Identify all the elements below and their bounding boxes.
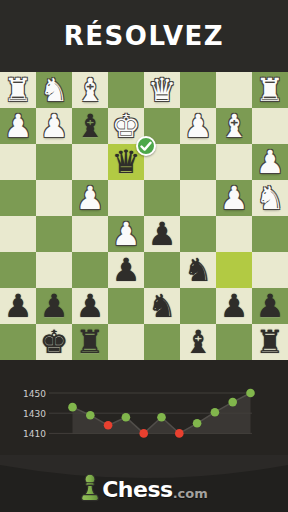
square-g8[interactable]: ♚ bbox=[36, 324, 72, 360]
square-a2[interactable] bbox=[252, 108, 288, 144]
square-h7[interactable]: ♟ bbox=[0, 288, 36, 324]
rating-point-2-green bbox=[86, 411, 95, 420]
square-e1[interactable] bbox=[108, 72, 144, 108]
title-bar: RÉSOLVEZ bbox=[0, 0, 288, 72]
piece-wP-b4[interactable]: ♟ bbox=[216, 180, 252, 216]
square-h6[interactable] bbox=[0, 252, 36, 288]
square-e4[interactable] bbox=[108, 180, 144, 216]
piece-wP-g2[interactable]: ♟ bbox=[36, 108, 72, 144]
square-c7[interactable] bbox=[180, 288, 216, 324]
square-g2[interactable]: ♟ bbox=[36, 108, 72, 144]
rating-chart-svg: 145014301410 bbox=[0, 360, 288, 455]
square-g3[interactable] bbox=[36, 144, 72, 180]
page-title: RÉSOLVEZ bbox=[64, 21, 224, 51]
square-g1[interactable]: ♞ bbox=[36, 72, 72, 108]
rating-chart: 145014301410 bbox=[0, 360, 288, 455]
square-a1[interactable]: ♜ bbox=[252, 72, 288, 108]
square-f7[interactable]: ♟ bbox=[72, 288, 108, 324]
piece-bN-c6[interactable]: ♞ bbox=[180, 252, 216, 288]
ytick-label-1450: 1450 bbox=[23, 389, 46, 399]
square-a3[interactable]: ♟ bbox=[252, 144, 288, 180]
square-f6[interactable] bbox=[72, 252, 108, 288]
brand-tld-text: .com bbox=[173, 487, 208, 500]
checkmark-icon bbox=[140, 141, 152, 152]
correct-move-badge bbox=[136, 136, 156, 156]
square-b5[interactable] bbox=[216, 216, 252, 252]
square-h3[interactable] bbox=[0, 144, 36, 180]
square-b7[interactable]: ♟ bbox=[216, 288, 252, 324]
rating-point-8-green bbox=[193, 419, 202, 428]
rating-point-4-green bbox=[122, 413, 131, 422]
piece-wB-f1[interactable]: ♝ bbox=[72, 72, 108, 108]
ytick-label-1430: 1430 bbox=[23, 409, 46, 419]
rating-point-10-green bbox=[228, 398, 237, 407]
square-d7[interactable]: ♞ bbox=[144, 288, 180, 324]
square-a6[interactable] bbox=[252, 252, 288, 288]
square-c8[interactable]: ♝ bbox=[180, 324, 216, 360]
piece-bP-a7[interactable]: ♟ bbox=[252, 288, 288, 324]
piece-bP-g7[interactable]: ♟ bbox=[36, 288, 72, 324]
square-g7[interactable]: ♟ bbox=[36, 288, 72, 324]
piece-wB-b2[interactable]: ♝ bbox=[216, 108, 252, 144]
square-e6[interactable]: ♟ bbox=[108, 252, 144, 288]
square-c4[interactable] bbox=[180, 180, 216, 216]
square-c5[interactable] bbox=[180, 216, 216, 252]
square-g4[interactable] bbox=[36, 180, 72, 216]
piece-bB-f2[interactable]: ♝ bbox=[72, 108, 108, 144]
square-h1[interactable]: ♜ bbox=[0, 72, 36, 108]
rating-point-5-red bbox=[139, 429, 148, 438]
square-b1[interactable] bbox=[216, 72, 252, 108]
square-f5[interactable] bbox=[72, 216, 108, 252]
piece-bP-d5[interactable]: ♟ bbox=[144, 216, 180, 252]
square-f1[interactable]: ♝ bbox=[72, 72, 108, 108]
piece-wR-h1[interactable]: ♜ bbox=[0, 72, 36, 108]
square-b4[interactable]: ♟ bbox=[216, 180, 252, 216]
piece-bP-b7[interactable]: ♟ bbox=[216, 288, 252, 324]
piece-wQ-d1[interactable]: ♛ bbox=[144, 72, 180, 108]
piece-wP-h2[interactable]: ♟ bbox=[0, 108, 36, 144]
piece-bN-d7[interactable]: ♞ bbox=[144, 288, 180, 324]
square-c1[interactable] bbox=[180, 72, 216, 108]
square-h2[interactable]: ♟ bbox=[0, 108, 36, 144]
square-f4[interactable]: ♟ bbox=[72, 180, 108, 216]
square-a4[interactable]: ♞ bbox=[252, 180, 288, 216]
piece-wN-g1[interactable]: ♞ bbox=[36, 72, 72, 108]
square-d6[interactable] bbox=[144, 252, 180, 288]
square-h5[interactable] bbox=[0, 216, 36, 252]
square-g5[interactable] bbox=[36, 216, 72, 252]
piece-bP-e6[interactable]: ♟ bbox=[108, 252, 144, 288]
piece-wR-a1[interactable]: ♜ bbox=[252, 72, 288, 108]
piece-bB-c8[interactable]: ♝ bbox=[180, 324, 216, 360]
square-c3[interactable] bbox=[180, 144, 216, 180]
chess-board[interactable]: ♜♞♝♛♜♟♟♝♚♟♝♛♟♟♟♞♟♟♟♞♟♟♟♞♟♟♚♜♝♜ bbox=[0, 72, 288, 360]
rating-point-9-green bbox=[211, 408, 220, 417]
piece-wP-e5[interactable]: ♟ bbox=[108, 216, 144, 252]
piece-bP-f7[interactable]: ♟ bbox=[72, 288, 108, 324]
piece-wP-a3[interactable]: ♟ bbox=[252, 144, 288, 180]
square-d1[interactable]: ♛ bbox=[144, 72, 180, 108]
square-b2[interactable]: ♝ bbox=[216, 108, 252, 144]
piece-bP-h7[interactable]: ♟ bbox=[0, 288, 36, 324]
square-b8[interactable] bbox=[216, 324, 252, 360]
chess-com-ad[interactable]: RÉSOLVEZ ♜♞♝♛♜♟♟♝♚♟♝♛♟♟♟♞♟♟♟♞♟♟♟♞♟♟♚♜♝♜ … bbox=[0, 0, 288, 512]
rating-point-11-green bbox=[246, 389, 255, 398]
square-f3[interactable] bbox=[72, 144, 108, 180]
chess-com-logo[interactable]: Chess .com bbox=[0, 470, 288, 502]
square-e5[interactable]: ♟ bbox=[108, 216, 144, 252]
square-b6[interactable] bbox=[216, 252, 252, 288]
square-h8[interactable] bbox=[0, 324, 36, 360]
square-a5[interactable] bbox=[252, 216, 288, 252]
square-a8[interactable]: ♜ bbox=[252, 324, 288, 360]
square-c6[interactable]: ♞ bbox=[180, 252, 216, 288]
brand-text: Chess bbox=[102, 479, 172, 501]
square-f2[interactable]: ♝ bbox=[72, 108, 108, 144]
piece-bR-f8[interactable]: ♜ bbox=[72, 324, 108, 360]
footer: Chess .com bbox=[0, 455, 288, 512]
square-e7[interactable] bbox=[108, 288, 144, 324]
piece-wP-f4[interactable]: ♟ bbox=[72, 180, 108, 216]
rating-point-3-red bbox=[104, 421, 113, 430]
square-d8[interactable] bbox=[144, 324, 180, 360]
square-d5[interactable]: ♟ bbox=[144, 216, 180, 252]
square-a7[interactable]: ♟ bbox=[252, 288, 288, 324]
piece-wP-c2[interactable]: ♟ bbox=[180, 108, 216, 144]
square-f8[interactable]: ♜ bbox=[72, 324, 108, 360]
square-d4[interactable] bbox=[144, 180, 180, 216]
rating-point-1-green bbox=[68, 403, 77, 412]
square-g6[interactable] bbox=[36, 252, 72, 288]
rating-point-6-green bbox=[157, 413, 166, 422]
square-b3[interactable] bbox=[216, 144, 252, 180]
pawn-logo-icon bbox=[80, 472, 100, 502]
square-e8[interactable] bbox=[108, 324, 144, 360]
square-c2[interactable]: ♟ bbox=[180, 108, 216, 144]
ytick-label-1410: 1410 bbox=[23, 429, 46, 439]
piece-bK-g8[interactable]: ♚ bbox=[36, 324, 72, 360]
piece-bR-a8[interactable]: ♜ bbox=[252, 324, 288, 360]
rating-point-7-red bbox=[175, 429, 184, 438]
square-h4[interactable] bbox=[0, 180, 36, 216]
piece-wN-a4[interactable]: ♞ bbox=[252, 180, 288, 216]
